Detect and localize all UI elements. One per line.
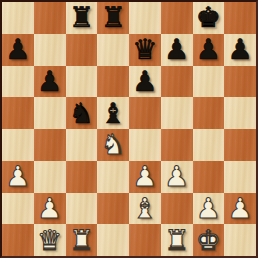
square-f7[interactable]: ♟: [161, 34, 193, 66]
white-rook[interactable]: ♜: [164, 225, 189, 256]
white-pawn[interactable]: ♟: [196, 193, 221, 224]
square-c3[interactable]: [66, 161, 98, 193]
white-pawn[interactable]: ♟: [132, 161, 157, 192]
square-a2[interactable]: [2, 193, 34, 225]
square-g5[interactable]: [193, 97, 225, 129]
square-b5[interactable]: [34, 97, 66, 129]
square-e8[interactable]: [129, 2, 161, 34]
square-c1[interactable]: ♜: [66, 224, 98, 256]
square-e1[interactable]: [129, 224, 161, 256]
square-a3[interactable]: ♟: [2, 161, 34, 193]
white-pawn[interactable]: ♟: [228, 193, 253, 224]
chess-board: ♜♜♚♟♛♟♟♟♟♟♞♝♞♟♟♟♟♝♟♟♛♜♜♚: [2, 2, 256, 256]
square-d1[interactable]: [97, 224, 129, 256]
square-f1[interactable]: ♜: [161, 224, 193, 256]
square-a6[interactable]: [2, 66, 34, 98]
black-pawn[interactable]: ♟: [196, 34, 221, 65]
square-e5[interactable]: [129, 97, 161, 129]
black-queen[interactable]: ♛: [132, 34, 157, 65]
white-rook[interactable]: ♜: [69, 225, 94, 256]
square-d6[interactable]: [97, 66, 129, 98]
square-d7[interactable]: [97, 34, 129, 66]
black-pawn[interactable]: ♟: [5, 34, 30, 65]
white-pawn[interactable]: ♟: [164, 161, 189, 192]
square-d8[interactable]: ♜: [97, 2, 129, 34]
square-e6[interactable]: ♟: [129, 66, 161, 98]
square-h2[interactable]: ♟: [224, 193, 256, 225]
square-f2[interactable]: [161, 193, 193, 225]
square-h8[interactable]: [224, 2, 256, 34]
black-knight[interactable]: ♞: [69, 98, 94, 129]
square-h4[interactable]: [224, 129, 256, 161]
white-pawn[interactable]: ♟: [37, 193, 62, 224]
square-b7[interactable]: [34, 34, 66, 66]
square-h3[interactable]: [224, 161, 256, 193]
square-a5[interactable]: [2, 97, 34, 129]
white-bishop[interactable]: ♝: [132, 193, 157, 224]
black-rook[interactable]: ♜: [69, 2, 94, 33]
square-c5[interactable]: ♞: [66, 97, 98, 129]
square-c6[interactable]: [66, 66, 98, 98]
square-b3[interactable]: [34, 161, 66, 193]
black-pawn[interactable]: ♟: [164, 34, 189, 65]
white-knight[interactable]: ♞: [101, 129, 126, 160]
black-rook[interactable]: ♜: [101, 2, 126, 33]
square-g6[interactable]: [193, 66, 225, 98]
square-c8[interactable]: ♜: [66, 2, 98, 34]
square-c4[interactable]: [66, 129, 98, 161]
square-h5[interactable]: [224, 97, 256, 129]
square-e7[interactable]: ♛: [129, 34, 161, 66]
square-c2[interactable]: [66, 193, 98, 225]
square-e2[interactable]: ♝: [129, 193, 161, 225]
square-e3[interactable]: ♟: [129, 161, 161, 193]
square-b4[interactable]: [34, 129, 66, 161]
square-f8[interactable]: [161, 2, 193, 34]
square-h7[interactable]: ♟: [224, 34, 256, 66]
square-d5[interactable]: ♝: [97, 97, 129, 129]
square-c7[interactable]: [66, 34, 98, 66]
square-a4[interactable]: [2, 129, 34, 161]
square-g3[interactable]: [193, 161, 225, 193]
square-f6[interactable]: [161, 66, 193, 98]
square-g4[interactable]: [193, 129, 225, 161]
square-e4[interactable]: [129, 129, 161, 161]
square-b1[interactable]: ♛: [34, 224, 66, 256]
black-pawn[interactable]: ♟: [132, 66, 157, 97]
square-g8[interactable]: ♚: [193, 2, 225, 34]
square-b8[interactable]: [34, 2, 66, 34]
square-a8[interactable]: [2, 2, 34, 34]
white-king[interactable]: ♚: [196, 225, 221, 256]
black-king[interactable]: ♚: [196, 2, 221, 33]
square-a7[interactable]: ♟: [2, 34, 34, 66]
square-d4[interactable]: ♞: [97, 129, 129, 161]
black-bishop[interactable]: ♝: [101, 98, 126, 129]
square-h1[interactable]: [224, 224, 256, 256]
white-pawn[interactable]: ♟: [5, 161, 30, 192]
board-frame: ♜♜♚♟♛♟♟♟♟♟♞♝♞♟♟♟♟♝♟♟♛♜♜♚: [0, 0, 258, 258]
square-b6[interactable]: ♟: [34, 66, 66, 98]
square-f4[interactable]: [161, 129, 193, 161]
square-h6[interactable]: [224, 66, 256, 98]
square-d3[interactable]: [97, 161, 129, 193]
black-pawn[interactable]: ♟: [228, 34, 253, 65]
square-g7[interactable]: ♟: [193, 34, 225, 66]
square-f5[interactable]: [161, 97, 193, 129]
white-queen[interactable]: ♛: [37, 225, 62, 256]
square-a1[interactable]: [2, 224, 34, 256]
square-g1[interactable]: ♚: [193, 224, 225, 256]
square-d2[interactable]: [97, 193, 129, 225]
square-g2[interactable]: ♟: [193, 193, 225, 225]
square-b2[interactable]: ♟: [34, 193, 66, 225]
chess-board-screenshot: ♜♜♚♟♛♟♟♟♟♟♞♝♞♟♟♟♟♝♟♟♛♜♜♚: [0, 0, 258, 258]
black-pawn[interactable]: ♟: [37, 66, 62, 97]
square-f3[interactable]: ♟: [161, 161, 193, 193]
